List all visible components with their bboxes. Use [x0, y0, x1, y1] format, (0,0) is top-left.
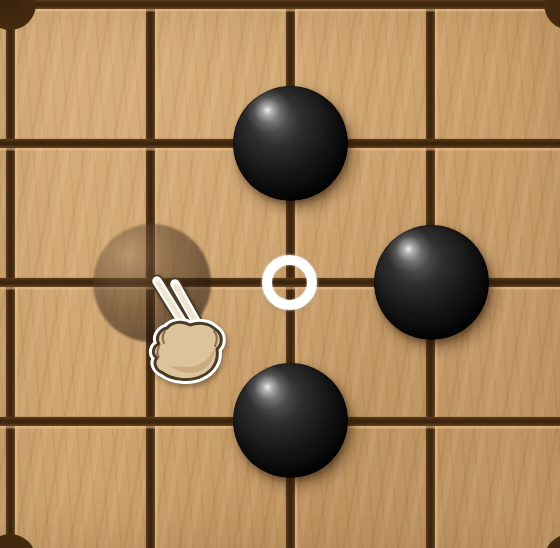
black-stone	[233, 86, 348, 201]
black-stone	[233, 363, 348, 478]
tap-hand-cursor-icon	[140, 268, 232, 386]
black-stone	[374, 225, 489, 340]
grid-line-horizontal	[0, 0, 560, 9]
target-circle-marker	[262, 255, 317, 310]
go-board[interactable]	[0, 0, 560, 548]
grid-line-vertical	[6, 0, 15, 548]
